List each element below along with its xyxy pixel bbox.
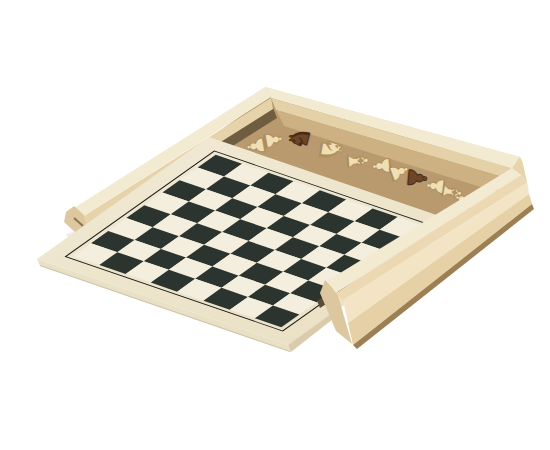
wall-outer-face-upper [343, 183, 529, 323]
board-edge-lower-left [37, 259, 291, 352]
wooden-box-front [0, 0, 550, 450]
board-edge-lower-right [288, 314, 333, 352]
box-front-right-wall [317, 157, 534, 349]
chess-box-scene: ♟♟♞♞♝♟♟♟♟♝♟ [0, 0, 550, 450]
board-edge [37, 259, 333, 352]
board-edge-shadow-line [40, 266, 290, 352]
